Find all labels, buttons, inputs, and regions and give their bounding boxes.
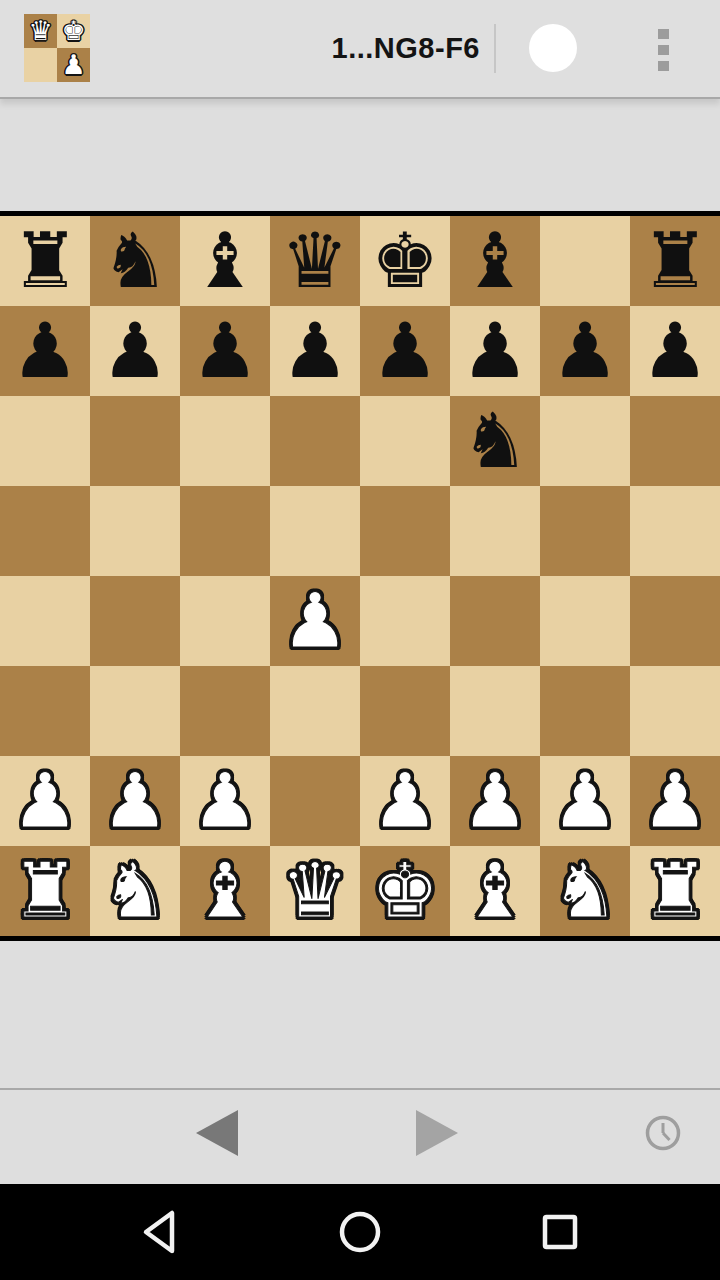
square-g3[interactable]: [540, 666, 630, 756]
piece-white-pawn: ♟: [641, 756, 709, 846]
white-pawn-icon: ♟: [61, 48, 85, 82]
square-f6[interactable]: ♞: [450, 396, 540, 486]
square-g4[interactable]: [540, 576, 630, 666]
piece-black-pawn: ♟: [191, 306, 259, 396]
square-f4[interactable]: [450, 576, 540, 666]
android-home-button[interactable]: [338, 1210, 382, 1258]
square-a2[interactable]: ♟: [0, 756, 90, 846]
square-g7[interactable]: ♟: [540, 306, 630, 396]
piece-black-king: ♚: [371, 216, 439, 306]
square-d8[interactable]: ♛: [270, 216, 360, 306]
white-to-move-indicator: [529, 24, 577, 72]
home-circle-icon: [338, 1210, 382, 1254]
square-e7[interactable]: ♟: [360, 306, 450, 396]
app-icon-square-dark: ♛: [24, 14, 57, 48]
piece-black-knight: ♞: [461, 396, 529, 486]
clock-button[interactable]: [644, 1114, 682, 1152]
square-a5[interactable]: [0, 486, 90, 576]
square-c8[interactable]: ♝: [180, 216, 270, 306]
next-move-button[interactable]: [416, 1110, 458, 1156]
square-d4[interactable]: ♟: [270, 576, 360, 666]
square-d6[interactable]: [270, 396, 360, 486]
piece-black-knight: ♞: [101, 216, 169, 306]
square-g1[interactable]: ♞: [540, 846, 630, 936]
piece-black-pawn: ♟: [101, 306, 169, 396]
square-a3[interactable]: [0, 666, 90, 756]
square-a6[interactable]: [0, 396, 90, 486]
piece-white-rook: ♜: [11, 846, 79, 936]
square-b2[interactable]: ♟: [90, 756, 180, 846]
square-e6[interactable]: [360, 396, 450, 486]
square-d5[interactable]: [270, 486, 360, 576]
square-b4[interactable]: [90, 576, 180, 666]
square-a4[interactable]: [0, 576, 90, 666]
piece-black-pawn: ♟: [371, 306, 439, 396]
clock-icon: [644, 1114, 682, 1152]
square-f2[interactable]: ♟: [450, 756, 540, 846]
android-recents-button[interactable]: [542, 1214, 578, 1254]
piece-white-queen: ♛: [281, 846, 349, 936]
square-d7[interactable]: ♟: [270, 306, 360, 396]
white-queen-icon: ♛: [28, 14, 52, 48]
square-h6[interactable]: [630, 396, 720, 486]
piece-white-pawn: ♟: [281, 576, 349, 666]
square-e4[interactable]: [360, 576, 450, 666]
square-e2[interactable]: ♟: [360, 756, 450, 846]
previous-move-button[interactable]: [196, 1110, 238, 1156]
square-h4[interactable]: [630, 576, 720, 666]
square-c7[interactable]: ♟: [180, 306, 270, 396]
piece-black-bishop: ♝: [191, 216, 259, 306]
square-b6[interactable]: [90, 396, 180, 486]
move-title: 1...NG8-F6: [332, 0, 480, 97]
android-back-button[interactable]: [141, 1209, 179, 1259]
square-h5[interactable]: [630, 486, 720, 576]
piece-white-pawn: ♟: [101, 756, 169, 846]
app-icon-square-dark2: ♟: [57, 48, 90, 82]
app-bar: ♛ ♚ ♟ 1...NG8-F6: [0, 0, 720, 97]
piece-white-bishop: ♝: [191, 846, 259, 936]
piece-white-knight: ♞: [101, 846, 169, 936]
square-c1[interactable]: ♝: [180, 846, 270, 936]
recents-square-icon: [542, 1214, 578, 1250]
square-d2[interactable]: [270, 756, 360, 846]
square-g2[interactable]: ♟: [540, 756, 630, 846]
appbar-divider: [494, 24, 496, 73]
screen: ♛ ♚ ♟ 1...NG8-F6 ♜♞♝♛♚♝♜♟♟♟♟♟♟♟♟♞♟♟♟♟♟♟♟…: [0, 0, 720, 1280]
piece-black-rook: ♜: [641, 216, 709, 306]
piece-white-pawn: ♟: [371, 756, 439, 846]
app-icon-square-light: ♚: [57, 14, 90, 48]
square-g8[interactable]: [540, 216, 630, 306]
overflow-menu-icon[interactable]: [658, 29, 669, 71]
square-a7[interactable]: ♟: [0, 306, 90, 396]
square-h8[interactable]: ♜: [630, 216, 720, 306]
square-f7[interactable]: ♟: [450, 306, 540, 396]
square-b5[interactable]: [90, 486, 180, 576]
piece-white-knight: ♞: [551, 846, 619, 936]
square-b7[interactable]: ♟: [90, 306, 180, 396]
piece-white-king: ♚: [371, 846, 439, 936]
square-a1[interactable]: ♜: [0, 846, 90, 936]
piece-white-pawn: ♟: [551, 756, 619, 846]
chess-board: ♜♞♝♛♚♝♜♟♟♟♟♟♟♟♟♞♟♟♟♟♟♟♟♟♜♞♝♛♚♝♞♜: [0, 211, 720, 941]
piece-white-rook: ♜: [641, 846, 709, 936]
piece-black-rook: ♜: [11, 216, 79, 306]
white-king-icon: ♚: [61, 14, 85, 48]
square-g5[interactable]: [540, 486, 630, 576]
square-d1[interactable]: ♛: [270, 846, 360, 936]
square-f1[interactable]: ♝: [450, 846, 540, 936]
piece-black-pawn: ♟: [551, 306, 619, 396]
app-icon-square-light-empty: [24, 48, 57, 82]
overflow-dot: [658, 29, 669, 39]
square-f3[interactable]: [450, 666, 540, 756]
piece-black-pawn: ♟: [281, 306, 349, 396]
back-triangle-icon: [141, 1209, 179, 1255]
square-e3[interactable]: [360, 666, 450, 756]
square-c2[interactable]: ♟: [180, 756, 270, 846]
overflow-dot: [658, 61, 669, 71]
piece-black-pawn: ♟: [11, 306, 79, 396]
square-c5[interactable]: [180, 486, 270, 576]
square-g6[interactable]: [540, 396, 630, 486]
piece-white-pawn: ♟: [11, 756, 79, 846]
piece-black-queen: ♛: [281, 216, 349, 306]
square-d3[interactable]: [270, 666, 360, 756]
square-h2[interactable]: ♟: [630, 756, 720, 846]
piece-black-pawn: ♟: [461, 306, 529, 396]
square-c3[interactable]: [180, 666, 270, 756]
overflow-dot: [658, 45, 669, 55]
square-h7[interactable]: ♟: [630, 306, 720, 396]
piece-black-pawn: ♟: [641, 306, 709, 396]
piece-white-pawn: ♟: [461, 756, 529, 846]
piece-white-bishop: ♝: [461, 846, 529, 936]
square-b3[interactable]: [90, 666, 180, 756]
square-b8[interactable]: ♞: [90, 216, 180, 306]
square-c6[interactable]: [180, 396, 270, 486]
control-bar: [0, 1090, 720, 1184]
square-c4[interactable]: [180, 576, 270, 666]
square-f8[interactable]: ♝: [450, 216, 540, 306]
square-e5[interactable]: [360, 486, 450, 576]
square-h3[interactable]: [630, 666, 720, 756]
app-icon-mini-chessboard: ♛ ♚ ♟: [24, 14, 90, 82]
piece-black-bishop: ♝: [461, 216, 529, 306]
square-e8[interactable]: ♚: [360, 216, 450, 306]
square-e1[interactable]: ♚: [360, 846, 450, 936]
square-h1[interactable]: ♜: [630, 846, 720, 936]
square-a8[interactable]: ♜: [0, 216, 90, 306]
square-f5[interactable]: [450, 486, 540, 576]
piece-white-pawn: ♟: [191, 756, 259, 846]
square-b1[interactable]: ♞: [90, 846, 180, 936]
